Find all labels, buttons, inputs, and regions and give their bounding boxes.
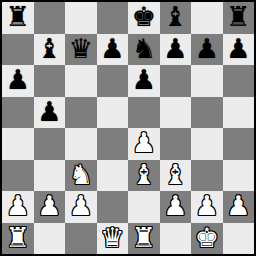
square-b1[interactable]: [34, 223, 66, 255]
square-a8[interactable]: ♜: [2, 2, 34, 34]
square-c1[interactable]: [65, 223, 97, 255]
piece-white-pawn: ♟: [37, 192, 61, 219]
square-d1[interactable]: ♛: [97, 223, 129, 255]
square-d5[interactable]: [97, 97, 129, 129]
square-g8[interactable]: [191, 2, 223, 34]
piece-white-pawn: ♟: [69, 192, 93, 219]
square-c3[interactable]: ♞: [65, 160, 97, 192]
piece-white-rook: ♜: [6, 224, 30, 251]
square-f3[interactable]: ♝: [160, 160, 192, 192]
square-d6[interactable]: [97, 65, 129, 97]
square-h3[interactable]: [223, 160, 255, 192]
square-a3[interactable]: [2, 160, 34, 192]
square-f2[interactable]: ♟: [160, 191, 192, 223]
square-d3[interactable]: [97, 160, 129, 192]
square-h2[interactable]: ♟: [223, 191, 255, 223]
piece-white-pawn: ♟: [195, 192, 219, 219]
piece-black-pawn: ♟: [37, 98, 61, 125]
square-e3[interactable]: ♝: [128, 160, 160, 192]
square-a5[interactable]: [2, 97, 34, 129]
piece-white-pawn: ♟: [6, 192, 30, 219]
piece-black-pawn: ♟: [226, 35, 250, 62]
piece-white-pawn: ♟: [226, 192, 250, 219]
square-g3[interactable]: [191, 160, 223, 192]
square-d2[interactable]: [97, 191, 129, 223]
square-b5[interactable]: ♟: [34, 97, 66, 129]
square-h5[interactable]: [223, 97, 255, 129]
square-e7[interactable]: ♞: [128, 34, 160, 66]
piece-black-pawn: ♟: [6, 66, 30, 93]
square-b3[interactable]: [34, 160, 66, 192]
square-h4[interactable]: [223, 128, 255, 160]
square-a6[interactable]: ♟: [2, 65, 34, 97]
square-g2[interactable]: ♟: [191, 191, 223, 223]
square-f8[interactable]: ♝: [160, 2, 192, 34]
square-d4[interactable]: [97, 128, 129, 160]
square-d8[interactable]: [97, 2, 129, 34]
square-a7[interactable]: [2, 34, 34, 66]
piece-white-bishop: ♝: [132, 161, 156, 188]
square-e4[interactable]: ♟: [128, 128, 160, 160]
square-g1[interactable]: ♚: [191, 223, 223, 255]
square-e2[interactable]: [128, 191, 160, 223]
piece-black-pawn: ♟: [100, 35, 124, 62]
piece-black-queen: ♛: [69, 35, 93, 62]
square-h8[interactable]: ♜: [223, 2, 255, 34]
square-f7[interactable]: ♟: [160, 34, 192, 66]
square-c2[interactable]: ♟: [65, 191, 97, 223]
piece-black-pawn: ♟: [163, 35, 187, 62]
piece-black-bishop: ♝: [163, 3, 187, 30]
square-h1[interactable]: [223, 223, 255, 255]
piece-black-bishop: ♝: [37, 35, 61, 62]
square-b8[interactable]: [34, 2, 66, 34]
square-d7[interactable]: ♟: [97, 34, 129, 66]
chess-board: ♜♚♝♜♝♛♟♞♟♟♟♟♟♟♟♞♝♝♟♟♟♟♟♟♜♛♜♚: [2, 2, 254, 254]
piece-black-pawn: ♟: [132, 66, 156, 93]
square-g7[interactable]: ♟: [191, 34, 223, 66]
square-g4[interactable]: [191, 128, 223, 160]
piece-black-knight: ♞: [132, 35, 156, 62]
piece-black-rook: ♜: [226, 3, 250, 30]
square-c8[interactable]: [65, 2, 97, 34]
square-c7[interactable]: ♛: [65, 34, 97, 66]
square-e5[interactable]: [128, 97, 160, 129]
piece-white-pawn: ♟: [132, 129, 156, 156]
piece-white-knight: ♞: [69, 161, 93, 188]
piece-white-queen: ♛: [100, 224, 124, 251]
square-a4[interactable]: [2, 128, 34, 160]
square-a1[interactable]: ♜: [2, 223, 34, 255]
square-e6[interactable]: ♟: [128, 65, 160, 97]
square-f4[interactable]: [160, 128, 192, 160]
square-e8[interactable]: ♚: [128, 2, 160, 34]
piece-black-rook: ♜: [6, 3, 30, 30]
square-f5[interactable]: [160, 97, 192, 129]
square-f1[interactable]: [160, 223, 192, 255]
square-g5[interactable]: [191, 97, 223, 129]
piece-white-bishop: ♝: [163, 161, 187, 188]
square-c5[interactable]: [65, 97, 97, 129]
square-b6[interactable]: [34, 65, 66, 97]
square-b7[interactable]: ♝: [34, 34, 66, 66]
square-c6[interactable]: [65, 65, 97, 97]
square-g6[interactable]: [191, 65, 223, 97]
square-h6[interactable]: [223, 65, 255, 97]
piece-black-pawn: ♟: [195, 35, 219, 62]
square-b2[interactable]: ♟: [34, 191, 66, 223]
piece-black-king: ♚: [132, 3, 156, 30]
square-f6[interactable]: [160, 65, 192, 97]
piece-white-king: ♚: [195, 224, 219, 251]
square-h7[interactable]: ♟: [223, 34, 255, 66]
piece-white-rook: ♜: [132, 224, 156, 251]
square-e1[interactable]: ♜: [128, 223, 160, 255]
square-c4[interactable]: [65, 128, 97, 160]
square-b4[interactable]: [34, 128, 66, 160]
square-a2[interactable]: ♟: [2, 191, 34, 223]
chess-board-frame: ♜♚♝♜♝♛♟♞♟♟♟♟♟♟♟♞♝♝♟♟♟♟♟♟♜♛♜♚: [0, 0, 256, 256]
piece-white-pawn: ♟: [163, 192, 187, 219]
